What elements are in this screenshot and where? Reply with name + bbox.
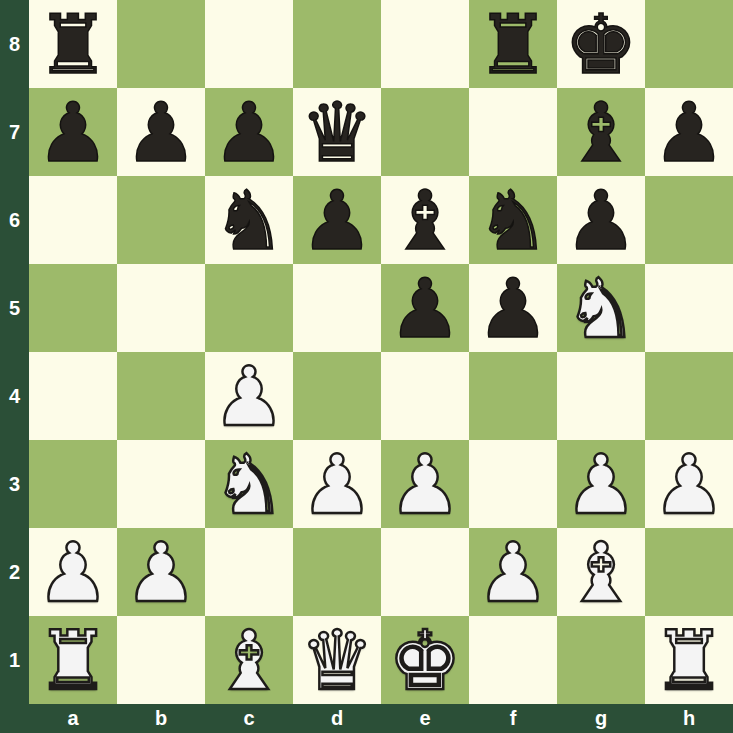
rank-label-3: 3 xyxy=(0,440,29,528)
square-c1[interactable]: ♝ xyxy=(205,616,293,704)
file-label-h: h xyxy=(645,707,733,730)
black-pawn: ♟ xyxy=(36,89,110,176)
rank-label-7: 7 xyxy=(0,88,29,176)
black-pawn: ♟ xyxy=(564,177,638,264)
square-h2[interactable] xyxy=(645,528,733,616)
square-g5[interactable]: ♞ xyxy=(557,264,645,352)
white-knight: ♞ xyxy=(564,265,638,352)
square-a7[interactable]: ♟ xyxy=(29,88,117,176)
square-e8[interactable] xyxy=(381,0,469,88)
square-b2[interactable]: ♟ xyxy=(117,528,205,616)
square-g2[interactable]: ♝ xyxy=(557,528,645,616)
square-d2[interactable] xyxy=(293,528,381,616)
black-knight: ♞ xyxy=(476,177,550,264)
file-label-c: c xyxy=(205,707,293,730)
square-h1[interactable]: ♜ xyxy=(645,616,733,704)
black-king: ♚ xyxy=(564,1,638,88)
square-c2[interactable] xyxy=(205,528,293,616)
white-pawn: ♟ xyxy=(36,529,110,616)
black-pawn: ♟ xyxy=(476,265,550,352)
chess-board: ♜♜♚♟♟♟♛♝♟♞♟♝♞♟♟♟♞♟♞♟♟♟♟♟♟♟♝♜♝♛♚♜ xyxy=(29,0,733,704)
white-rook: ♜ xyxy=(36,617,110,704)
white-queen: ♛ xyxy=(300,617,374,704)
square-c6[interactable]: ♞ xyxy=(205,176,293,264)
square-d4[interactable] xyxy=(293,352,381,440)
black-knight: ♞ xyxy=(212,177,286,264)
file-label-a: a xyxy=(29,707,117,730)
white-pawn: ♟ xyxy=(388,441,462,528)
square-c5[interactable] xyxy=(205,264,293,352)
square-a8[interactable]: ♜ xyxy=(29,0,117,88)
square-h4[interactable] xyxy=(645,352,733,440)
black-bishop: ♝ xyxy=(388,177,462,264)
square-e6[interactable]: ♝ xyxy=(381,176,469,264)
square-c3[interactable]: ♞ xyxy=(205,440,293,528)
square-d5[interactable] xyxy=(293,264,381,352)
square-h3[interactable]: ♟ xyxy=(645,440,733,528)
square-b6[interactable] xyxy=(117,176,205,264)
square-e2[interactable] xyxy=(381,528,469,616)
rank-label-8: 8 xyxy=(0,0,29,88)
square-h6[interactable] xyxy=(645,176,733,264)
black-pawn: ♟ xyxy=(652,89,726,176)
square-c4[interactable]: ♟ xyxy=(205,352,293,440)
square-h5[interactable] xyxy=(645,264,733,352)
square-f3[interactable] xyxy=(469,440,557,528)
square-f6[interactable]: ♞ xyxy=(469,176,557,264)
square-f8[interactable]: ♜ xyxy=(469,0,557,88)
file-label-d: d xyxy=(293,707,381,730)
square-e4[interactable] xyxy=(381,352,469,440)
square-a3[interactable] xyxy=(29,440,117,528)
square-a5[interactable] xyxy=(29,264,117,352)
square-a2[interactable]: ♟ xyxy=(29,528,117,616)
file-label-g: g xyxy=(557,707,645,730)
file-label-b: b xyxy=(117,707,205,730)
white-pawn: ♟ xyxy=(212,353,286,440)
rank-label-5: 5 xyxy=(0,264,29,352)
file-label-f: f xyxy=(469,707,557,730)
square-e5[interactable]: ♟ xyxy=(381,264,469,352)
square-e3[interactable]: ♟ xyxy=(381,440,469,528)
square-a6[interactable] xyxy=(29,176,117,264)
chess-board-diagram: 8 7 6 5 4 3 2 1 ♜♜♚♟♟♟♛♝♟♞♟♝♞♟♟♟♞♟♞♟♟♟♟♟… xyxy=(0,0,733,733)
white-pawn: ♟ xyxy=(476,529,550,616)
square-b1[interactable] xyxy=(117,616,205,704)
black-pawn: ♟ xyxy=(300,177,374,264)
white-pawn: ♟ xyxy=(564,441,638,528)
square-b7[interactable]: ♟ xyxy=(117,88,205,176)
square-b4[interactable] xyxy=(117,352,205,440)
square-g4[interactable] xyxy=(557,352,645,440)
square-g7[interactable]: ♝ xyxy=(557,88,645,176)
white-pawn: ♟ xyxy=(300,441,374,528)
black-rook: ♜ xyxy=(476,1,550,88)
square-c8[interactable] xyxy=(205,0,293,88)
rank-label-4: 4 xyxy=(0,352,29,440)
square-g6[interactable]: ♟ xyxy=(557,176,645,264)
square-d8[interactable] xyxy=(293,0,381,88)
square-d3[interactable]: ♟ xyxy=(293,440,381,528)
square-b8[interactable] xyxy=(117,0,205,88)
square-d1[interactable]: ♛ xyxy=(293,616,381,704)
square-f2[interactable]: ♟ xyxy=(469,528,557,616)
square-b5[interactable] xyxy=(117,264,205,352)
file-label-e: e xyxy=(381,707,469,730)
black-queen: ♛ xyxy=(300,89,374,176)
black-bishop: ♝ xyxy=(564,89,638,176)
file-labels: a b c d e f g h xyxy=(0,704,733,733)
square-g1[interactable] xyxy=(557,616,645,704)
black-pawn: ♟ xyxy=(212,89,286,176)
square-a1[interactable]: ♜ xyxy=(29,616,117,704)
black-pawn: ♟ xyxy=(124,89,198,176)
square-f4[interactable] xyxy=(469,352,557,440)
square-d6[interactable]: ♟ xyxy=(293,176,381,264)
square-f5[interactable]: ♟ xyxy=(469,264,557,352)
black-rook: ♜ xyxy=(36,1,110,88)
white-bishop: ♝ xyxy=(564,529,638,616)
square-g3[interactable]: ♟ xyxy=(557,440,645,528)
square-a4[interactable] xyxy=(29,352,117,440)
white-pawn: ♟ xyxy=(124,529,198,616)
square-f1[interactable] xyxy=(469,616,557,704)
white-bishop: ♝ xyxy=(212,617,286,704)
white-pawn: ♟ xyxy=(652,441,726,528)
square-e7[interactable] xyxy=(381,88,469,176)
square-b3[interactable] xyxy=(117,440,205,528)
square-h7[interactable]: ♟ xyxy=(645,88,733,176)
square-f7[interactable] xyxy=(469,88,557,176)
black-pawn: ♟ xyxy=(388,265,462,352)
square-e1[interactable]: ♚ xyxy=(381,616,469,704)
square-h8[interactable] xyxy=(645,0,733,88)
square-d7[interactable]: ♛ xyxy=(293,88,381,176)
white-king: ♚ xyxy=(388,617,462,704)
rank-label-6: 6 xyxy=(0,176,29,264)
square-c7[interactable]: ♟ xyxy=(205,88,293,176)
rank-label-1: 1 xyxy=(0,616,29,704)
square-g8[interactable]: ♚ xyxy=(557,0,645,88)
rank-label-2: 2 xyxy=(0,528,29,616)
rank-labels: 8 7 6 5 4 3 2 1 xyxy=(0,0,29,704)
white-knight: ♞ xyxy=(212,441,286,528)
white-rook: ♜ xyxy=(652,617,726,704)
